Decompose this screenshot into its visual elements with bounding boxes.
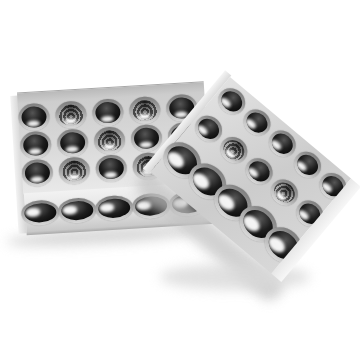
hole-highlight <box>270 139 283 152</box>
left-top-hole-r1c3-plain-bore <box>94 101 120 123</box>
left-top-hole-r2c4-plain <box>130 123 163 152</box>
left-top-hole-r1c1-plain <box>17 102 50 131</box>
left-front-hole-c3-plain <box>94 194 133 221</box>
left-top-hole-r1c2-tapped <box>54 100 87 129</box>
left-top-hole-r3c2-tapped-bore <box>61 159 87 181</box>
left-top-hole-r1c1-plain-bore <box>20 105 46 127</box>
left-front-hole-c3-plain-bore <box>98 197 131 218</box>
thread-shade <box>220 135 249 164</box>
left-front-hole-c1-plain-bore <box>24 202 57 223</box>
left-top-hole-r3c1-plain <box>21 158 54 187</box>
hole-highlight <box>320 181 333 194</box>
hole-highlight <box>27 120 40 127</box>
left-top-hole-r3c1-plain-bore <box>24 161 50 183</box>
product-photo-stage <box>0 0 360 360</box>
hole-highlight <box>25 207 40 217</box>
right-hole-r2c4-tapped-bore <box>270 178 299 207</box>
thread-shade <box>270 178 299 207</box>
right-hole-r1c3-plain-bore <box>268 129 297 158</box>
left-front-hole-c2-plain <box>58 196 97 223</box>
right-hole-r2c1-plain-bore <box>194 114 223 143</box>
hole-highlight <box>28 148 41 155</box>
right-hole-r1c1-plain-bore <box>218 87 247 116</box>
hole-highlight <box>189 170 212 192</box>
hole-highlight <box>297 209 310 222</box>
hole-highlight <box>104 171 117 178</box>
hole-highlight <box>30 176 43 183</box>
hole-highlight <box>246 166 259 179</box>
hole-highlight <box>99 203 114 213</box>
hole-highlight <box>240 213 263 235</box>
left-top-hole-r3c3-plain <box>94 154 127 183</box>
hole-highlight <box>265 234 288 256</box>
hole-highlight <box>244 117 257 130</box>
hole-highlight <box>295 160 308 173</box>
left-top-hole-r1c2-tapped-bore <box>57 103 83 125</box>
hole-highlight <box>101 116 114 123</box>
left-top-hole-r2c1-plain <box>19 130 52 159</box>
left-top-hole-r3c3-plain-bore <box>98 157 124 179</box>
hole-highlight <box>219 96 232 109</box>
right-hole-r1c4-plain-bore <box>293 150 322 179</box>
left-top-hole-r2c2-plain <box>56 128 89 157</box>
hole-highlight <box>164 149 187 171</box>
right-hole-r2c2-tapped-bore <box>220 135 249 164</box>
left-top-hole-r3c2-tapped <box>58 156 91 185</box>
left-top-hole-r2c2-plain-bore <box>59 131 85 153</box>
right-hole-r2c3-plain-bore <box>245 157 274 186</box>
hole-highlight <box>139 141 152 148</box>
left-top-hole-r2c3-tapped-bore <box>96 129 122 151</box>
left-top-hole-r2c4-plain-bore <box>133 127 159 149</box>
left-top-hole-r1c3-plain <box>91 98 124 127</box>
hole-highlight <box>62 205 77 215</box>
left-front-hole-c1-plain <box>21 199 60 226</box>
left-top-hole-r2c1-plain-bore <box>22 133 48 155</box>
left-front-hole-c2-plain-bore <box>61 200 94 221</box>
right-hole-r1c2-plain-bore <box>243 108 272 137</box>
hole-highlight <box>196 124 209 137</box>
left-top-hole-r1c4-tapped-bore <box>131 99 157 121</box>
hole-highlight <box>65 146 78 153</box>
hole-highlight <box>215 192 238 214</box>
left-top-hole-r2c3-tapped <box>93 126 126 155</box>
left-top-hole-r1c4-tapped <box>128 95 161 124</box>
